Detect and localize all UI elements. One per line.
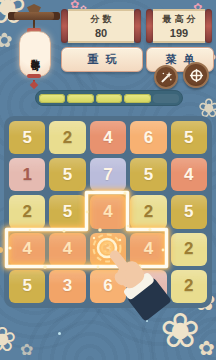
app-title: 数字传奇 [29, 52, 42, 56]
grid-cell-r3c5[interactable]: 5 [171, 195, 207, 228]
grid-cell-r3c2[interactable]: 5 [49, 195, 85, 228]
progress-segment-5 [153, 94, 180, 103]
grid-cell-r5c5[interactable]: 2 [171, 270, 207, 303]
sparkle-dot [146, 320, 148, 322]
lantern-title-decoration: 数字传奇 [8, 4, 60, 84]
grid-cell-r1c3[interactable]: 4 [90, 121, 126, 154]
grid-cell-r4c4[interactable]: 4 [130, 233, 166, 266]
grid-cell-r4c3[interactable]: 3 [90, 233, 126, 266]
scroll-roll-right [205, 9, 212, 43]
replay-button[interactable]: 重玩 [61, 47, 143, 72]
flower-decoration: ❀ [0, 322, 17, 356]
score-panel: 分数 80 [61, 9, 141, 43]
score-value: 80 [95, 27, 107, 39]
score-label: 分数 [88, 13, 115, 26]
lantern-hanger [33, 20, 35, 28]
grid-cell-r1c4[interactable]: 6 [130, 121, 166, 154]
grid-cell-r2c1[interactable]: 1 [9, 158, 45, 191]
flower-decoration: ✿ [198, 338, 215, 358]
score-paper: 分数 80 [68, 9, 134, 43]
grid-cell-r4c1[interactable]: 4 [9, 233, 45, 266]
best-score-value: 199 [170, 27, 188, 39]
grid-cell-r4c5[interactable]: 2 [171, 233, 207, 266]
target-icon [189, 68, 204, 83]
grid-cell-r2c5[interactable]: 4 [171, 158, 207, 191]
grid-cell-r3c1[interactable]: 2 [9, 195, 45, 228]
grid-cell-r3c3[interactable]: 4 [90, 195, 126, 228]
grid-cell-r4c2[interactable]: 4 [49, 233, 85, 266]
best-paper: 最高分 199 [153, 9, 205, 43]
grid-cell-r5c3[interactable]: 6 [90, 270, 126, 303]
sparkle-dot [58, 332, 61, 335]
scroll-roll-right [134, 9, 141, 43]
scroll-roll-left [61, 9, 68, 43]
grid-cell-r2c3[interactable]: 7 [90, 158, 126, 191]
progress-segment-3 [96, 94, 123, 103]
grid-cell-r1c1[interactable]: 5 [9, 121, 45, 154]
target-button[interactable] [183, 62, 209, 88]
board: 5246515754254254434253612 [4, 116, 212, 308]
magic-wand-button[interactable] [154, 65, 178, 89]
lantern-body: 数字传奇 [19, 31, 51, 77]
grid-cell-r2c2[interactable]: 5 [49, 158, 85, 191]
progress-segment-1 [39, 94, 66, 103]
grid-cell-r5c1[interactable]: 5 [9, 270, 45, 303]
lantern-tassel-knot [30, 81, 38, 89]
lantern-bottom-cap [27, 74, 41, 78]
progress-segment-2 [67, 94, 94, 103]
grid-cell-r1c2[interactable]: 2 [49, 121, 85, 154]
level-progress-bar [35, 90, 183, 106]
grid-cell-r2c4[interactable]: 5 [130, 158, 166, 191]
grid-cell-r3c4[interactable]: 2 [130, 195, 166, 228]
replay-button-label: 重玩 [88, 52, 124, 67]
flower-decoration: ✿ [20, 342, 33, 358]
best-score-label: 最高分 [160, 13, 199, 26]
grid-cell-r5c4[interactable]: 1 [130, 270, 166, 303]
grid-cell-r5c2[interactable]: 3 [49, 270, 85, 303]
scroll-roll-left [146, 9, 153, 43]
progress-segment-4 [124, 94, 151, 103]
flower-decoration: ❀ [160, 306, 200, 354]
best-score-panel: 最高分 199 [146, 9, 212, 43]
lantern-bracket-beam [8, 12, 60, 20]
magic-wand-icon [159, 70, 173, 84]
grid-cell-r1c5[interactable]: 5 [171, 121, 207, 154]
